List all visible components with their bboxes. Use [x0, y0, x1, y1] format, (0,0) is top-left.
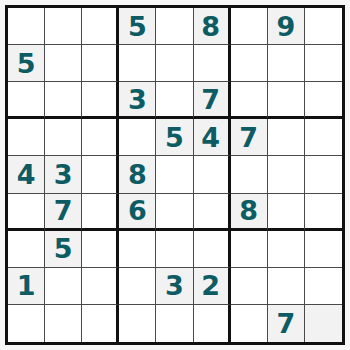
sudoku-cell-r3c2[interactable]: [45, 82, 82, 119]
sudoku-cell-r9c6[interactable]: [194, 305, 231, 342]
sudoku-cell-r9c1[interactable]: [8, 305, 45, 342]
sudoku-cell-r7c5[interactable]: [156, 231, 193, 268]
sudoku-cell-r1c4: 5: [119, 8, 156, 45]
sudoku-cell-r8c6: 2: [194, 268, 231, 305]
sudoku-cell-r4c8[interactable]: [268, 119, 305, 156]
sudoku-cell-r6c5[interactable]: [156, 194, 193, 231]
sudoku-cell-r4c6: 4: [194, 119, 231, 156]
sudoku-cell-r3c5[interactable]: [156, 82, 193, 119]
sudoku-cell-r4c2[interactable]: [45, 119, 82, 156]
sudoku-cell-r9c8: 7: [268, 305, 305, 342]
sudoku-cell-r1c7[interactable]: [231, 8, 268, 45]
sudoku-cell-r8c2[interactable]: [45, 268, 82, 305]
sudoku-board: 58953754743876851327: [5, 5, 345, 345]
sudoku-cell-r4c4[interactable]: [119, 119, 156, 156]
sudoku-cell-r7c6[interactable]: [194, 231, 231, 268]
sudoku-cell-r6c6[interactable]: [194, 194, 231, 231]
sudoku-cell-r1c1[interactable]: [8, 8, 45, 45]
sudoku-cell-r4c9[interactable]: [305, 119, 342, 156]
sudoku-cell-r5c4: 8: [119, 156, 156, 193]
sudoku-cell-r2c3[interactable]: [82, 45, 119, 82]
sudoku-cell-r3c8[interactable]: [268, 82, 305, 119]
sudoku-cell-r2c8[interactable]: [268, 45, 305, 82]
sudoku-cell-r5c5[interactable]: [156, 156, 193, 193]
sudoku-cell-r1c8: 9: [268, 8, 305, 45]
sudoku-cell-r9c3[interactable]: [82, 305, 119, 342]
sudoku-cell-r8c9[interactable]: [305, 268, 342, 305]
sudoku-cell-r6c7: 8: [231, 194, 268, 231]
sudoku-cell-r3c6: 7: [194, 82, 231, 119]
sudoku-cell-r7c1[interactable]: [8, 231, 45, 268]
sudoku-cell-r8c8[interactable]: [268, 268, 305, 305]
sudoku-cell-r6c9[interactable]: [305, 194, 342, 231]
sudoku-cell-r2c7[interactable]: [231, 45, 268, 82]
sudoku-cell-r5c7[interactable]: [231, 156, 268, 193]
sudoku-cell-r4c5: 5: [156, 119, 193, 156]
sudoku-cell-r9c9: [305, 305, 342, 342]
sudoku-page: 58953754743876851327: [0, 0, 350, 350]
sudoku-cell-r3c1[interactable]: [8, 82, 45, 119]
sudoku-cell-r1c6: 8: [194, 8, 231, 45]
sudoku-cell-r6c1[interactable]: [8, 194, 45, 231]
sudoku-cell-r7c8[interactable]: [268, 231, 305, 268]
sudoku-cell-r4c1[interactable]: [8, 119, 45, 156]
sudoku-cell-r2c5[interactable]: [156, 45, 193, 82]
sudoku-cell-r3c7[interactable]: [231, 82, 268, 119]
sudoku-cell-r8c3[interactable]: [82, 268, 119, 305]
sudoku-cell-r1c3[interactable]: [82, 8, 119, 45]
sudoku-cell-r2c1: 5: [8, 45, 45, 82]
sudoku-cell-r9c7[interactable]: [231, 305, 268, 342]
sudoku-cell-r3c9[interactable]: [305, 82, 342, 119]
sudoku-cell-r5c8[interactable]: [268, 156, 305, 193]
sudoku-cell-r9c2[interactable]: [45, 305, 82, 342]
sudoku-cell-r7c2: 5: [45, 231, 82, 268]
sudoku-cell-r6c2: 7: [45, 194, 82, 231]
sudoku-cell-r6c4: 6: [119, 194, 156, 231]
sudoku-cell-r5c3[interactable]: [82, 156, 119, 193]
sudoku-cell-r2c4[interactable]: [119, 45, 156, 82]
sudoku-cell-r7c9[interactable]: [305, 231, 342, 268]
sudoku-cell-r5c1: 4: [8, 156, 45, 193]
sudoku-cell-r5c9[interactable]: [305, 156, 342, 193]
sudoku-cell-r7c3[interactable]: [82, 231, 119, 268]
sudoku-cell-r1c5[interactable]: [156, 8, 193, 45]
sudoku-cell-r4c7: 7: [231, 119, 268, 156]
sudoku-cell-r8c1: 1: [8, 268, 45, 305]
sudoku-cell-r7c4[interactable]: [119, 231, 156, 268]
sudoku-cell-r2c2[interactable]: [45, 45, 82, 82]
sudoku-cell-r4c3[interactable]: [82, 119, 119, 156]
sudoku-cell-r1c9[interactable]: [305, 8, 342, 45]
sudoku-cell-r8c4[interactable]: [119, 268, 156, 305]
sudoku-cell-r3c3[interactable]: [82, 82, 119, 119]
sudoku-cell-r2c6[interactable]: [194, 45, 231, 82]
sudoku-cell-r6c8[interactable]: [268, 194, 305, 231]
sudoku-cell-r8c5: 3: [156, 268, 193, 305]
sudoku-cell-r1c2[interactable]: [45, 8, 82, 45]
sudoku-cell-r7c7[interactable]: [231, 231, 268, 268]
sudoku-cell-r9c5[interactable]: [156, 305, 193, 342]
sudoku-cell-r5c2: 3: [45, 156, 82, 193]
sudoku-cell-r8c7[interactable]: [231, 268, 268, 305]
sudoku-cell-r6c3[interactable]: [82, 194, 119, 231]
sudoku-cell-r2c9[interactable]: [305, 45, 342, 82]
sudoku-cell-r3c4: 3: [119, 82, 156, 119]
sudoku-cell-r9c4[interactable]: [119, 305, 156, 342]
sudoku-cell-r5c6[interactable]: [194, 156, 231, 193]
